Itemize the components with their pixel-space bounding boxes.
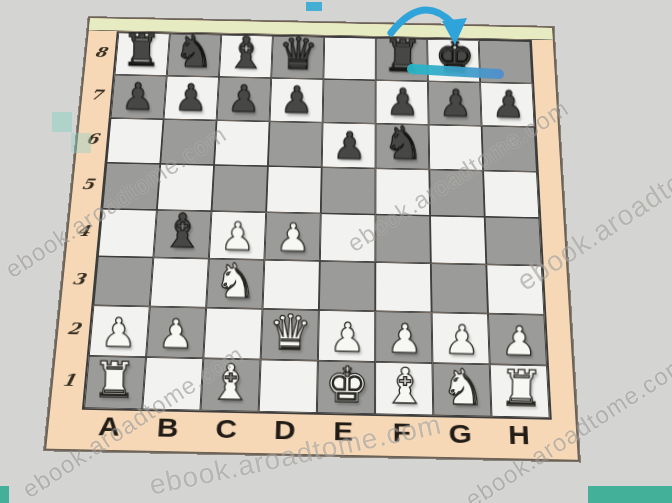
teal-decor-square bbox=[71, 133, 91, 153]
square-h4 bbox=[485, 217, 542, 266]
illustration-canvas: 87654321 ♜♞♝♛♜♚♟♟♟♟♟♟♟♟♞♝♟♟♞♟♟♛♟♟♟♟♜♝♚♝♞… bbox=[0, 0, 672, 503]
square-h1: ♜ bbox=[490, 364, 550, 418]
white-bishop: ♝ bbox=[382, 362, 427, 412]
square-h7: ♟ bbox=[480, 82, 534, 127]
square-b1 bbox=[142, 357, 203, 410]
white-pawn: ♟ bbox=[443, 320, 479, 361]
square-e2: ♟ bbox=[318, 310, 375, 362]
white-pawn: ♟ bbox=[157, 314, 193, 355]
board-scene: 87654321 ♜♞♝♛♜♚♟♟♟♟♟♟♟♟♞♝♟♟♞♟♟♛♟♟♟♟♜♝♚♝♞… bbox=[44, 17, 580, 462]
square-f8: ♜ bbox=[376, 38, 428, 81]
square-b7: ♟ bbox=[164, 76, 219, 120]
square-c6 bbox=[214, 120, 269, 166]
square-c7: ♟ bbox=[217, 77, 272, 122]
file-label-b: B bbox=[137, 408, 198, 449]
black-knight: ♞ bbox=[382, 120, 424, 166]
square-b6 bbox=[160, 119, 216, 165]
square-h3 bbox=[486, 264, 544, 314]
square-c1: ♝ bbox=[200, 358, 260, 411]
black-pawn: ♟ bbox=[227, 81, 261, 118]
white-rook: ♜ bbox=[498, 364, 543, 414]
square-g8: ♚ bbox=[427, 39, 480, 82]
square-d3 bbox=[263, 260, 320, 310]
black-pawn: ♟ bbox=[439, 85, 473, 122]
square-d6 bbox=[268, 121, 323, 167]
file-label-h: H bbox=[489, 415, 549, 456]
white-pawn: ♟ bbox=[500, 321, 536, 362]
square-g2: ♟ bbox=[432, 312, 490, 364]
square-a6 bbox=[106, 118, 163, 164]
white-rook: ♜ bbox=[91, 355, 136, 405]
square-a4 bbox=[98, 209, 157, 258]
white-knight: ♞ bbox=[213, 257, 257, 306]
file-label-c: C bbox=[196, 409, 256, 450]
square-f4 bbox=[375, 215, 430, 264]
board-frame: 87654321 ♜♞♝♛♜♚♟♟♟♟♟♟♟♟♞♝♟♟♞♟♟♛♟♟♟♟♜♝♚♝♞… bbox=[44, 17, 580, 462]
white-pawn: ♟ bbox=[100, 313, 136, 354]
square-c4: ♟ bbox=[209, 211, 266, 260]
black-pawn: ♟ bbox=[280, 82, 314, 119]
square-a2: ♟ bbox=[89, 305, 150, 357]
square-b4: ♝ bbox=[153, 210, 211, 259]
white-queen: ♛ bbox=[268, 308, 312, 357]
black-pawn: ♟ bbox=[491, 86, 525, 123]
square-d8: ♛ bbox=[271, 36, 324, 79]
square-f3 bbox=[375, 262, 431, 312]
file-label-a: A bbox=[79, 406, 141, 447]
black-pawn: ♟ bbox=[386, 84, 420, 121]
file-label-f: F bbox=[373, 412, 432, 453]
file-label-e: E bbox=[314, 411, 373, 452]
square-g7: ♟ bbox=[428, 81, 482, 126]
white-pawn: ♟ bbox=[329, 318, 365, 359]
white-knight: ♞ bbox=[440, 363, 485, 413]
square-e8 bbox=[323, 37, 375, 80]
bottom-teal-bar bbox=[588, 486, 672, 503]
file-labels: ABCDEFGH bbox=[79, 406, 550, 455]
square-f5 bbox=[375, 168, 430, 215]
square-c8: ♝ bbox=[219, 35, 273, 78]
square-a1: ♜ bbox=[84, 356, 146, 409]
square-c3: ♞ bbox=[206, 259, 264, 309]
teal-decor-square bbox=[52, 112, 72, 132]
white-pawn: ♟ bbox=[275, 218, 310, 257]
square-d1 bbox=[259, 359, 318, 413]
white-pawn: ♟ bbox=[386, 319, 422, 360]
square-g1: ♞ bbox=[432, 363, 491, 417]
square-g6 bbox=[429, 125, 484, 171]
square-e6: ♟ bbox=[322, 123, 376, 169]
black-knight: ♞ bbox=[173, 29, 214, 74]
white-pawn: ♟ bbox=[219, 217, 254, 256]
square-f1: ♝ bbox=[375, 362, 433, 416]
square-f2: ♟ bbox=[375, 311, 432, 363]
black-king: ♚ bbox=[434, 34, 475, 79]
square-d2: ♛ bbox=[261, 309, 319, 361]
square-d4: ♟ bbox=[264, 212, 320, 261]
square-c5 bbox=[212, 165, 268, 212]
square-g3 bbox=[431, 263, 488, 313]
bottom-teal-bar bbox=[0, 486, 9, 503]
square-b2: ♟ bbox=[146, 306, 206, 358]
square-h5 bbox=[483, 171, 539, 218]
square-h2: ♟ bbox=[488, 314, 547, 366]
black-pawn: ♟ bbox=[332, 127, 366, 165]
square-d5 bbox=[266, 166, 322, 213]
square-g4 bbox=[430, 216, 486, 265]
teal-decor-mark bbox=[306, 2, 322, 11]
square-e7 bbox=[323, 79, 376, 124]
square-a3 bbox=[93, 256, 153, 306]
square-h8 bbox=[479, 40, 533, 83]
square-e1: ♚ bbox=[317, 361, 375, 415]
white-bishop: ♝ bbox=[208, 358, 253, 408]
square-a8: ♜ bbox=[115, 33, 170, 76]
file-label-d: D bbox=[255, 410, 315, 451]
chess-board: ♜♞♝♛♜♚♟♟♟♟♟♟♟♟♞♝♟♟♞♟♟♛♟♟♟♟♜♝♚♝♞♜ bbox=[82, 31, 552, 420]
square-b5 bbox=[157, 164, 214, 211]
black-bishop: ♝ bbox=[160, 207, 203, 255]
square-a7: ♟ bbox=[111, 75, 167, 119]
square-f6: ♞ bbox=[376, 124, 430, 170]
white-king: ♚ bbox=[324, 360, 369, 410]
square-e3 bbox=[319, 261, 375, 311]
black-rook: ♜ bbox=[382, 33, 423, 78]
square-c2 bbox=[203, 308, 262, 360]
square-e5 bbox=[321, 167, 376, 214]
square-f7: ♟ bbox=[376, 80, 429, 125]
black-rook: ♜ bbox=[121, 28, 162, 73]
black-pawn: ♟ bbox=[121, 79, 155, 116]
square-b3 bbox=[150, 257, 209, 307]
square-a5 bbox=[102, 163, 160, 210]
black-bishop: ♝ bbox=[225, 30, 266, 75]
black-pawn: ♟ bbox=[174, 80, 208, 117]
square-e4 bbox=[320, 213, 376, 262]
black-queen: ♛ bbox=[278, 31, 319, 76]
square-h6 bbox=[482, 126, 537, 172]
square-d7: ♟ bbox=[270, 78, 324, 123]
square-g5 bbox=[429, 170, 484, 217]
file-label-g: G bbox=[431, 414, 491, 455]
square-b8: ♞ bbox=[167, 34, 222, 77]
